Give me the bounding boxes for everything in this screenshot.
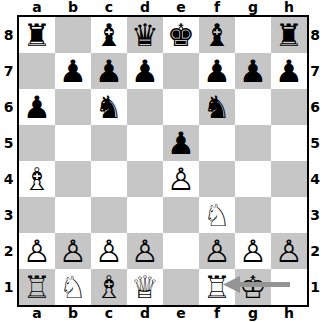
- square-a2[interactable]: ♙: [19, 233, 55, 269]
- file-label-f: f: [199, 306, 235, 321]
- square-e1[interactable]: [163, 269, 199, 305]
- black-bishop-piece: ♝: [203, 17, 231, 53]
- square-h3[interactable]: [271, 197, 307, 233]
- square-d5[interactable]: [127, 125, 163, 161]
- white-pawn-piece: ♙: [59, 233, 87, 269]
- rank-label-1: 1: [0, 269, 17, 305]
- square-g3[interactable]: [235, 197, 271, 233]
- square-d7[interactable]: ♟: [127, 53, 163, 89]
- square-e4[interactable]: ♙: [163, 161, 199, 197]
- square-g6[interactable]: [235, 89, 271, 125]
- square-a6[interactable]: ♟: [19, 89, 55, 125]
- square-b3[interactable]: [55, 197, 91, 233]
- square-f6[interactable]: ♞: [199, 89, 235, 125]
- rank-label-2: 2: [0, 233, 17, 269]
- square-f5[interactable]: [199, 125, 235, 161]
- file-label-d: d: [127, 306, 163, 321]
- white-bishop-piece: ♗: [23, 161, 51, 197]
- square-f8[interactable]: ♝: [199, 17, 235, 53]
- white-pawn-piece: ♙: [203, 233, 231, 269]
- rank-label-8: 8: [0, 17, 17, 53]
- file-label-b: b: [55, 306, 91, 321]
- file-label-c: c: [91, 0, 127, 15]
- square-a3[interactable]: [19, 197, 55, 233]
- rank-label-7: 7: [308, 53, 322, 89]
- file-label-h: h: [271, 306, 307, 321]
- white-pawn-piece: ♙: [95, 233, 123, 269]
- white-knight-piece: ♘: [203, 197, 231, 233]
- rank-label-4: 4: [308, 161, 322, 197]
- square-c5[interactable]: [91, 125, 127, 161]
- rank-label-7: 7: [0, 53, 17, 89]
- rank-label-3: 3: [308, 197, 322, 233]
- file-label-e: e: [163, 0, 199, 15]
- white-rook-piece: ♖: [23, 269, 51, 305]
- square-e2[interactable]: [163, 233, 199, 269]
- square-h7[interactable]: ♟: [271, 53, 307, 89]
- white-pawn-piece: ♙: [131, 233, 159, 269]
- square-f3[interactable]: ♘: [199, 197, 235, 233]
- square-g8[interactable]: [235, 17, 271, 53]
- square-d4[interactable]: [127, 161, 163, 197]
- square-d3[interactable]: [127, 197, 163, 233]
- black-pawn-piece: ♟: [203, 53, 231, 89]
- square-f1[interactable]: ♖: [199, 269, 235, 305]
- square-a1[interactable]: ♖: [19, 269, 55, 305]
- black-pawn-piece: ♟: [239, 53, 267, 89]
- black-pawn-piece: ♟: [131, 53, 159, 89]
- chess-diagram: abcdefgh 87654321 ♜♝♛♚♝♜♟♟♟♟♟♟♟♞♞♟♗♙♘♙♙♙…: [0, 0, 322, 322]
- square-h6[interactable]: [271, 89, 307, 125]
- rank-label-5: 5: [0, 125, 17, 161]
- square-g5[interactable]: [235, 125, 271, 161]
- square-f2[interactable]: ♙: [199, 233, 235, 269]
- square-c2[interactable]: ♙: [91, 233, 127, 269]
- black-pawn-piece: ♟: [95, 53, 123, 89]
- square-g1[interactable]: ♔: [235, 269, 271, 305]
- square-b8[interactable]: [55, 17, 91, 53]
- rank-label-6: 6: [0, 89, 17, 125]
- square-e6[interactable]: [163, 89, 199, 125]
- square-g4[interactable]: [235, 161, 271, 197]
- square-c7[interactable]: ♟: [91, 53, 127, 89]
- square-h2[interactable]: ♙: [271, 233, 307, 269]
- square-b5[interactable]: [55, 125, 91, 161]
- file-label-f: f: [199, 0, 235, 15]
- black-knight-piece: ♞: [203, 89, 231, 125]
- file-label-h: h: [271, 0, 307, 15]
- square-e7[interactable]: [163, 53, 199, 89]
- rank-label-4: 4: [0, 161, 17, 197]
- square-f7[interactable]: ♟: [199, 53, 235, 89]
- file-label-a: a: [19, 0, 55, 15]
- file-label-c: c: [91, 306, 127, 321]
- square-d2[interactable]: ♙: [127, 233, 163, 269]
- square-b2[interactable]: ♙: [55, 233, 91, 269]
- square-h1[interactable]: [271, 269, 307, 305]
- square-e3[interactable]: [163, 197, 199, 233]
- black-pawn-piece: ♟: [167, 125, 195, 161]
- white-pawn-piece: ♙: [239, 233, 267, 269]
- file-labels-bottom: abcdefgh: [19, 306, 307, 321]
- square-c3[interactable]: [91, 197, 127, 233]
- black-bishop-piece: ♝: [95, 17, 123, 53]
- white-rook-piece: ♖: [203, 269, 231, 305]
- rank-label-6: 6: [308, 89, 322, 125]
- rank-labels-right: 87654321: [308, 17, 322, 305]
- black-rook-piece: ♜: [275, 17, 303, 53]
- square-h4[interactable]: [271, 161, 307, 197]
- white-pawn-piece: ♙: [275, 233, 303, 269]
- square-c1[interactable]: ♗: [91, 269, 127, 305]
- square-g2[interactable]: ♙: [235, 233, 271, 269]
- square-c4[interactable]: [91, 161, 127, 197]
- black-pawn-piece: ♟: [23, 89, 51, 125]
- white-pawn-piece: ♙: [167, 161, 195, 197]
- square-d1[interactable]: ♕: [127, 269, 163, 305]
- rank-label-3: 3: [0, 197, 17, 233]
- white-bishop-piece: ♗: [95, 269, 123, 305]
- square-b7[interactable]: ♟: [55, 53, 91, 89]
- black-pawn-piece: ♟: [59, 53, 87, 89]
- square-a7[interactable]: [19, 53, 55, 89]
- file-labels-top: abcdefgh: [19, 0, 307, 15]
- square-e5[interactable]: ♟: [163, 125, 199, 161]
- file-label-g: g: [235, 0, 271, 15]
- rank-label-5: 5: [308, 125, 322, 161]
- file-label-g: g: [235, 306, 271, 321]
- square-b6[interactable]: [55, 89, 91, 125]
- square-h5[interactable]: [271, 125, 307, 161]
- square-f4[interactable]: [199, 161, 235, 197]
- square-h8[interactable]: ♜: [271, 17, 307, 53]
- rank-label-2: 2: [308, 233, 322, 269]
- black-king-piece: ♚: [167, 17, 195, 53]
- black-knight-piece: ♞: [95, 89, 123, 125]
- square-d6[interactable]: [127, 89, 163, 125]
- chess-board: ♜♝♛♚♝♜♟♟♟♟♟♟♟♞♞♟♗♙♘♙♙♙♙♙♙♙♖♘♗♕♖♔: [17, 15, 309, 307]
- white-pawn-piece: ♙: [23, 233, 51, 269]
- black-rook-piece: ♜: [23, 17, 51, 53]
- white-queen-piece: ♕: [131, 269, 159, 305]
- white-king-piece: ♔: [239, 269, 267, 305]
- square-b4[interactable]: [55, 161, 91, 197]
- square-a8[interactable]: ♜: [19, 17, 55, 53]
- black-pawn-piece: ♟: [275, 53, 303, 89]
- file-label-a: a: [19, 306, 55, 321]
- file-label-d: d: [127, 0, 163, 15]
- square-a5[interactable]: [19, 125, 55, 161]
- square-d8[interactable]: ♛: [127, 17, 163, 53]
- black-queen-piece: ♛: [131, 17, 159, 53]
- square-g7[interactable]: ♟: [235, 53, 271, 89]
- rank-label-1: 1: [308, 269, 322, 305]
- square-a4[interactable]: ♗: [19, 161, 55, 197]
- file-label-e: e: [163, 306, 199, 321]
- file-label-b: b: [55, 0, 91, 15]
- white-knight-piece: ♘: [59, 269, 87, 305]
- square-b1[interactable]: ♘: [55, 269, 91, 305]
- rank-label-8: 8: [308, 17, 322, 53]
- rank-labels-left: 87654321: [0, 17, 17, 305]
- square-c6[interactable]: ♞: [91, 89, 127, 125]
- square-e8[interactable]: ♚: [163, 17, 199, 53]
- square-c8[interactable]: ♝: [91, 17, 127, 53]
